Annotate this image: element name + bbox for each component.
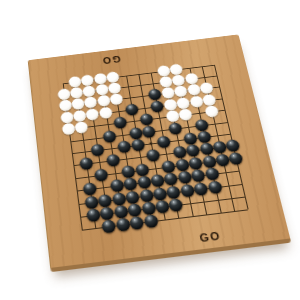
board-cell[interactable] xyxy=(240,202,257,217)
go-board: GO GO xyxy=(28,34,292,272)
product-photo-stage: GO GO xyxy=(0,0,300,300)
board-grid xyxy=(55,58,256,237)
board-logo-bottom: GO xyxy=(198,229,222,244)
board-logo-top: GO xyxy=(101,54,121,66)
playing-area xyxy=(55,58,256,237)
